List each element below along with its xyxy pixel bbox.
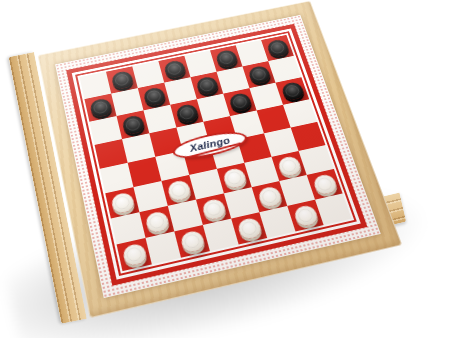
white-piece	[276, 155, 302, 178]
white-piece	[292, 204, 319, 228]
black-piece	[227, 92, 252, 113]
white-piece	[311, 173, 338, 196]
white-piece	[109, 191, 135, 215]
white-piece	[179, 229, 206, 254]
black-piece	[162, 59, 186, 79]
xalingo-logo-text: Xalingo	[188, 135, 231, 153]
white-piece	[256, 185, 283, 208]
black-piece	[214, 49, 238, 69]
black-piece	[195, 75, 220, 96]
black-piece	[265, 38, 290, 58]
white-piece	[200, 197, 226, 221]
black-piece	[280, 81, 305, 102]
black-piece	[121, 114, 146, 136]
white-piece	[236, 216, 263, 240]
black-piece	[110, 70, 134, 90]
white-piece	[121, 242, 147, 267]
white-piece	[144, 210, 170, 234]
white-piece	[166, 179, 192, 202]
board-paper-sheet: Xalingo	[55, 15, 381, 298]
black-piece	[247, 64, 272, 84]
black-piece	[142, 86, 166, 107]
inner-border-line: Xalingo	[75, 31, 357, 276]
white-piece	[221, 167, 247, 190]
red-border-band: Xalingo	[66, 24, 367, 286]
product-photo-scene: Xalingo	[0, 0, 450, 338]
black-piece	[174, 103, 199, 124]
black-piece	[88, 97, 112, 118]
